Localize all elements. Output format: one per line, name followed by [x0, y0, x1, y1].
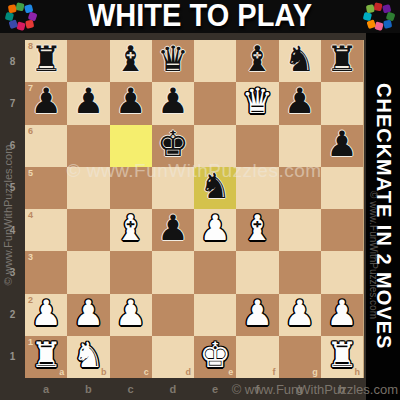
black-pawn-d7: ♟ — [157, 84, 188, 119]
white-rook-a1: ♜ — [30, 338, 61, 373]
square-g7: ♟ — [279, 82, 321, 124]
square-b2: ♟ — [67, 294, 109, 336]
black-pawn-h6: ♟ — [326, 127, 357, 162]
square-h6: ♟ — [321, 125, 363, 167]
square-h2: ♟ — [321, 294, 363, 336]
square-e2 — [194, 294, 236, 336]
black-knight-e5: ♞ — [199, 169, 230, 204]
square-b6 — [67, 125, 109, 167]
square-d3 — [152, 251, 194, 293]
square-f1: f — [236, 336, 278, 378]
square-rank-label: 2 — [28, 295, 33, 305]
margin-rank-1: 1 — [0, 336, 25, 378]
square-f6 — [236, 125, 278, 167]
square-c8: ♝ — [110, 40, 152, 82]
white-pawn-g2: ♟ — [284, 296, 315, 331]
square-d1: d — [152, 336, 194, 378]
square-e8 — [194, 40, 236, 82]
square-f3 — [236, 251, 278, 293]
square-rank-label: 7 — [28, 83, 33, 93]
white-pawn-h2: ♟ — [326, 296, 357, 331]
white-queen-f7: ♛ — [242, 84, 273, 119]
margin-file-b: b — [67, 380, 109, 398]
square-a4: 4 — [25, 209, 67, 251]
square-b1: b♞ — [67, 336, 109, 378]
board-frame: 87654321 8♜♝♛♝♞♜7♟♟♟♟♛♟6♚♟5♞4♝♟♟♝32♟♟♟♟♟… — [0, 33, 366, 400]
square-e1: e♚ — [194, 336, 236, 378]
square-c2: ♟ — [110, 294, 152, 336]
banner-text: CHECKMATE IN 2 MOVES — [372, 83, 395, 349]
square-a6: 6 — [25, 125, 67, 167]
square-e7 — [194, 82, 236, 124]
square-h5 — [321, 167, 363, 209]
black-pawn-g7: ♟ — [284, 84, 315, 119]
margin-rank-7: 7 — [0, 82, 25, 124]
square-a5: 5 — [25, 167, 67, 209]
square-rank-label: 3 — [28, 252, 33, 262]
margin-file-h: h — [321, 380, 363, 398]
square-c6 — [110, 125, 152, 167]
square-rank-label: 6 — [28, 126, 33, 136]
margin-rank-8: 8 — [0, 40, 25, 82]
square-c4: ♝ — [110, 209, 152, 251]
square-f7: ♛ — [236, 82, 278, 124]
white-pawn-e4: ♟ — [199, 211, 230, 246]
square-e5: ♞ — [194, 167, 236, 209]
black-rook-h8: ♜ — [326, 42, 357, 77]
square-c1: c — [110, 336, 152, 378]
black-pawn-b7: ♟ — [73, 84, 104, 119]
square-h7 — [321, 82, 363, 124]
puzzle-logo-icon — [360, 2, 398, 31]
square-h3 — [321, 251, 363, 293]
square-g1: g — [279, 336, 321, 378]
square-f8: ♝ — [236, 40, 278, 82]
square-f4: ♝ — [236, 209, 278, 251]
square-c3 — [110, 251, 152, 293]
margin-rank-5: 5 — [0, 167, 25, 209]
square-rank-label: 5 — [28, 168, 33, 178]
black-pawn-d4: ♟ — [157, 211, 188, 246]
square-b8 — [67, 40, 109, 82]
square-g4 — [279, 209, 321, 251]
square-h1: h♜ — [321, 336, 363, 378]
white-knight-b1: ♞ — [73, 338, 104, 373]
black-bishop-f8: ♝ — [242, 42, 273, 77]
white-rook-h1: ♜ — [326, 338, 357, 373]
square-file-label: b — [101, 367, 107, 377]
square-a2: 2♟ — [25, 294, 67, 336]
square-h8: ♜ — [321, 40, 363, 82]
square-rank-label: 8 — [28, 41, 33, 51]
white-pawn-b2: ♟ — [73, 296, 104, 331]
board: 8♜♝♛♝♞♜7♟♟♟♟♛♟6♚♟5♞4♝♟♟♝32♟♟♟♟♟♟1a♜b♞cde… — [25, 40, 364, 378]
square-d5 — [152, 167, 194, 209]
square-a3: 3 — [25, 251, 67, 293]
margin-file-f: f — [236, 380, 278, 398]
square-c5 — [110, 167, 152, 209]
square-file-label: h — [355, 367, 361, 377]
square-h4 — [321, 209, 363, 251]
square-g6 — [279, 125, 321, 167]
square-d2 — [152, 294, 194, 336]
black-king-d6: ♚ — [157, 127, 188, 162]
square-d6: ♚ — [152, 125, 194, 167]
square-b5 — [67, 167, 109, 209]
margin-rank-2: 2 — [0, 294, 25, 336]
square-file-label: c — [144, 367, 149, 377]
square-a8: 8♜ — [25, 40, 67, 82]
margin-file-g: g — [279, 380, 321, 398]
white-bishop-f4: ♝ — [242, 211, 273, 246]
square-g5 — [279, 167, 321, 209]
puzzle-logo-icon — [2, 2, 40, 31]
margin-file-c: c — [110, 380, 152, 398]
black-pawn-a7: ♟ — [30, 84, 61, 119]
file-labels: abcdefgh — [25, 380, 363, 398]
white-pawn-a2: ♟ — [30, 296, 61, 331]
margin-rank-3: 3 — [0, 251, 25, 293]
black-pawn-c7: ♟ — [115, 84, 146, 119]
margin-rank-6: 6 — [0, 125, 25, 167]
square-d4: ♟ — [152, 209, 194, 251]
margin-file-a: a — [25, 380, 67, 398]
right-banner: CHECKMATE IN 2 MOVES — [366, 33, 400, 400]
page-title: WHITE TO PLAY — [88, 0, 312, 34]
square-g8: ♞ — [279, 40, 321, 82]
square-file-label: e — [228, 367, 233, 377]
square-a7: 7♟ — [25, 82, 67, 124]
square-rank-label: 4 — [28, 210, 33, 220]
white-bishop-c4: ♝ — [115, 211, 146, 246]
square-b4 — [67, 209, 109, 251]
margin-file-d: d — [152, 380, 194, 398]
black-bishop-c8: ♝ — [115, 42, 146, 77]
white-pawn-c2: ♟ — [115, 296, 146, 331]
square-f5 — [236, 167, 278, 209]
square-file-label: d — [186, 367, 192, 377]
white-king-e1: ♚ — [199, 338, 230, 373]
square-g2: ♟ — [279, 294, 321, 336]
white-pawn-f2: ♟ — [242, 296, 273, 331]
square-a1: 1a♜ — [25, 336, 67, 378]
square-d7: ♟ — [152, 82, 194, 124]
black-queen-d8: ♛ — [157, 42, 188, 77]
square-g3 — [279, 251, 321, 293]
square-file-label: g — [312, 367, 318, 377]
margin-file-e: e — [194, 380, 236, 398]
square-b7: ♟ — [67, 82, 109, 124]
black-knight-g8: ♞ — [284, 42, 315, 77]
square-e3 — [194, 251, 236, 293]
square-file-label: a — [59, 367, 64, 377]
chess-puzzle-image: WHITE TO PLAY 87654321 8♜♝♛♝♞♜7♟♟♟♟♛♟6♚♟… — [0, 0, 400, 400]
square-file-label: f — [273, 367, 276, 377]
square-f2: ♟ — [236, 294, 278, 336]
square-e4: ♟ — [194, 209, 236, 251]
rank-labels: 87654321 — [0, 40, 25, 378]
square-rank-label: 1 — [28, 337, 33, 347]
black-rook-a8: ♜ — [30, 42, 61, 77]
square-e6 — [194, 125, 236, 167]
square-d8: ♛ — [152, 40, 194, 82]
square-c7: ♟ — [110, 82, 152, 124]
square-b3 — [67, 251, 109, 293]
header: WHITE TO PLAY — [0, 0, 400, 33]
margin-rank-4: 4 — [0, 209, 25, 251]
